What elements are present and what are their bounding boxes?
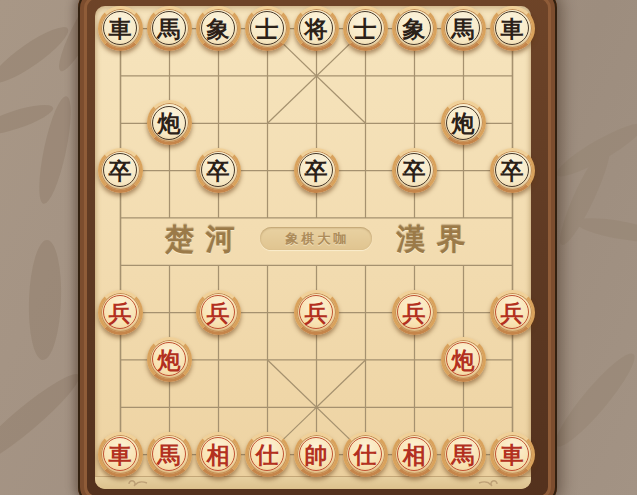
piece-glyph: 馬 [158,442,181,465]
board-point[interactable] [488,194,537,241]
piece-glyph: 相 [403,442,426,465]
board-point[interactable] [194,194,243,241]
piece-glyph: 卒 [305,158,328,181]
board-point[interactable]: 炮 [439,336,488,383]
piece-red-elephant[interactable]: 相 [196,432,241,477]
board-point[interactable] [96,99,145,146]
piece-glyph: 卒 [403,158,426,181]
board-point[interactable] [439,241,488,288]
board-point[interactable] [243,288,292,335]
piece-red-advisor[interactable]: 仕 [343,432,388,477]
board-point[interactable] [488,52,537,99]
piece-red-soldier[interactable]: 兵 [392,290,437,335]
board-point[interactable] [292,52,341,99]
board-point[interactable]: 兵 [488,288,537,335]
piece-glyph: 車 [109,442,132,465]
board-point[interactable] [341,383,390,430]
piece-red-cannon[interactable]: 炮 [147,337,192,382]
piece-black-cannon[interactable]: 炮 [441,100,486,145]
board-point[interactable] [292,99,341,146]
board-point[interactable] [341,99,390,146]
board-point[interactable]: 兵 [96,288,145,335]
piece-glyph: 車 [501,442,524,465]
board-point[interactable] [145,194,194,241]
board-point[interactable]: 相 [390,430,439,477]
piece-black-horse[interactable]: 馬 [147,6,192,51]
board-bezel [95,476,531,489]
board-point[interactable] [390,52,439,99]
board-point[interactable]: 相 [194,430,243,477]
board-point[interactable]: 卒 [390,146,439,193]
piece-red-soldier[interactable]: 兵 [294,290,339,335]
board-point[interactable] [243,336,292,383]
piece-glyph: 車 [109,16,132,39]
piece-glyph: 仕 [256,442,279,465]
board-point[interactable]: 士 [243,5,292,52]
piece-glyph: 卒 [501,158,524,181]
board-point[interactable] [341,146,390,193]
piece-black-soldier[interactable]: 卒 [294,148,339,193]
board-point[interactable]: 炮 [145,99,194,146]
piece-red-horse[interactable]: 馬 [441,432,486,477]
board-point[interactable] [292,336,341,383]
piece-glyph: 兵 [207,300,230,323]
piece-glyph: 炮 [158,347,181,370]
board-point[interactable] [439,383,488,430]
piece-glyph: 卒 [207,158,230,181]
board-point[interactable]: 兵 [194,288,243,335]
board-point[interactable] [96,383,145,430]
board-point[interactable] [145,146,194,193]
board-point[interactable] [439,194,488,241]
board-point[interactable]: 車 [96,430,145,477]
piece-black-cannon[interactable]: 炮 [147,100,192,145]
piece-black-soldier[interactable]: 卒 [490,148,535,193]
board-point[interactable]: 馬 [145,430,194,477]
board-point[interactable]: 象 [194,5,243,52]
piece-black-general[interactable]: 将 [294,6,339,51]
board-point[interactable]: 馬 [439,5,488,52]
board-point[interactable] [439,288,488,335]
piece-glyph: 卒 [109,158,132,181]
board-point[interactable] [96,52,145,99]
piece-glyph: 帥 [305,442,328,465]
board-point[interactable] [390,241,439,288]
board-point[interactable] [243,52,292,99]
board-point[interactable] [96,336,145,383]
piece-glyph: 相 [207,442,230,465]
piece-red-cannon[interactable]: 炮 [441,337,486,382]
piece-black-elephant[interactable]: 象 [392,6,437,51]
board-point[interactable] [341,52,390,99]
piece-glyph: 兵 [305,300,328,323]
board-point[interactable] [145,383,194,430]
piece-glyph: 炮 [158,111,181,134]
board-point[interactable]: 車 [488,5,537,52]
piece-glyph: 兵 [403,300,426,323]
piece-red-general[interactable]: 帥 [294,432,339,477]
board-point[interactable] [145,52,194,99]
board-point[interactable]: 兵 [292,288,341,335]
board-point[interactable]: 仕 [243,430,292,477]
board-point[interactable] [96,241,145,288]
piece-black-soldier[interactable]: 卒 [392,148,437,193]
piece-glyph: 将 [305,16,328,39]
board-point[interactable] [341,288,390,335]
piece-glyph: 仕 [354,442,377,465]
piece-black-chariot[interactable]: 車 [98,6,143,51]
board-point[interactable] [439,52,488,99]
piece-glyph: 炮 [452,347,475,370]
board-point[interactable]: 卒 [292,146,341,193]
board-point[interactable] [194,241,243,288]
piece-red-soldier[interactable]: 兵 [490,290,535,335]
board-point[interactable] [243,99,292,146]
bezel-ornament-right [477,479,499,488]
piece-black-soldier[interactable]: 卒 [196,148,241,193]
board-point[interactable] [390,336,439,383]
board-point[interactable]: 卒 [194,146,243,193]
piece-black-advisor[interactable]: 士 [245,6,290,51]
board-point[interactable] [488,336,537,383]
board-point[interactable]: 馬 [439,430,488,477]
board-point[interactable] [341,336,390,383]
piece-black-advisor[interactable]: 士 [343,6,388,51]
board-point[interactable] [194,336,243,383]
piece-glyph: 兵 [109,300,132,323]
board-point[interactable] [194,99,243,146]
board-point[interactable] [243,146,292,193]
piece-black-soldier[interactable]: 卒 [98,148,143,193]
piece-red-soldier[interactable]: 兵 [196,290,241,335]
board-point[interactable] [96,194,145,241]
piece-glyph: 車 [501,16,524,39]
board-point[interactable]: 象 [390,5,439,52]
board-point[interactable]: 馬 [145,5,194,52]
board-point[interactable] [145,288,194,335]
piece-black-chariot[interactable]: 車 [490,6,535,51]
board-point[interactable] [390,99,439,146]
board-point[interactable] [488,241,537,288]
app-badge: 象棋大咖 [260,227,372,250]
board-point[interactable]: 帥 [292,430,341,477]
piece-red-advisor[interactable]: 仕 [245,432,290,477]
piece-glyph: 象 [207,16,230,39]
piece-black-elephant[interactable]: 象 [196,6,241,51]
piece-black-horse[interactable]: 馬 [441,6,486,51]
board-point[interactable] [390,383,439,430]
board-point[interactable] [390,194,439,241]
piece-red-soldier[interactable]: 兵 [98,290,143,335]
board-point[interactable] [145,241,194,288]
board-point[interactable]: 士 [341,5,390,52]
piece-red-horse[interactable]: 馬 [147,432,192,477]
board-point[interactable] [194,52,243,99]
piece-glyph: 象 [403,16,426,39]
board-point[interactable] [243,383,292,430]
board-point[interactable]: 炮 [439,99,488,146]
board-point[interactable] [292,383,341,430]
board-point[interactable]: 将 [292,5,341,52]
board-point[interactable]: 車 [96,5,145,52]
xiangqi-app-screen: 車馬象士将士象馬車炮炮卒卒卒卒卒兵兵兵兵兵炮炮車馬相仕帥仕相馬車 楚河 漢界 象… [0,0,637,495]
piece-glyph: 馬 [452,16,475,39]
piece-glyph: 馬 [158,16,181,39]
board-point[interactable]: 車 [488,430,537,477]
piece-red-chariot[interactable]: 車 [490,432,535,477]
piece-red-elephant[interactable]: 相 [392,432,437,477]
board-point[interactable] [488,99,537,146]
board-point[interactable]: 炮 [145,336,194,383]
piece-glyph: 士 [256,16,279,39]
board-point[interactable] [488,383,537,430]
piece-red-chariot[interactable]: 車 [98,432,143,477]
piece-glyph: 炮 [452,111,475,134]
piece-glyph: 兵 [501,300,524,323]
piece-glyph: 馬 [452,442,475,465]
board-point[interactable]: 仕 [341,430,390,477]
board-point[interactable] [439,146,488,193]
board-point[interactable]: 卒 [488,146,537,193]
board-point[interactable]: 兵 [390,288,439,335]
board-point[interactable]: 卒 [96,146,145,193]
bezel-ornament-left [127,479,149,488]
piece-glyph: 士 [354,16,377,39]
board-point[interactable] [194,383,243,430]
